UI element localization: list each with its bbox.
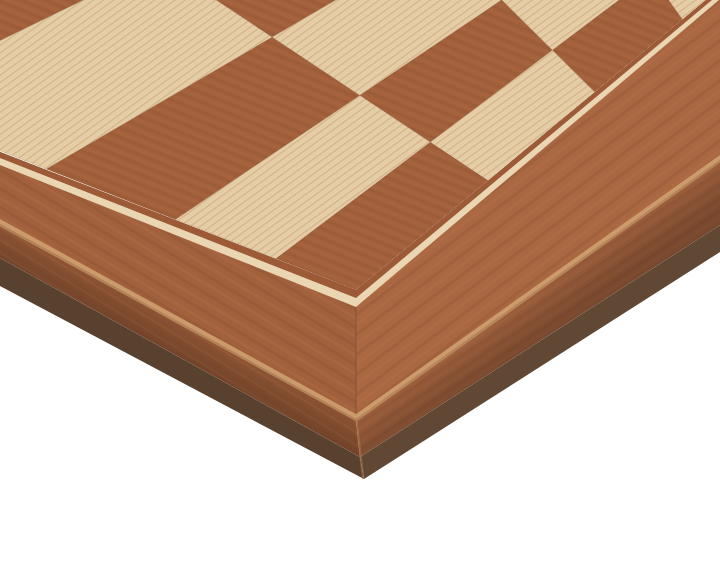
chessboard-product-photo [0, 0, 720, 576]
chessboard-corner-scene [0, 0, 720, 576]
